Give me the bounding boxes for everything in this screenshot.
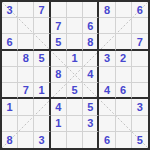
cell-r1c8[interactable] [116, 2, 132, 18]
cell-r6c8-given: 6 [116, 83, 132, 99]
cell-r1c5[interactable] [67, 2, 83, 18]
cell-r5c9[interactable] [132, 67, 148, 83]
cell-r2c4-given: 7 [51, 18, 67, 34]
cell-r5c6-given: 4 [83, 67, 99, 83]
cell-r6c1[interactable] [2, 83, 18, 99]
cell-r2c5[interactable] [67, 18, 83, 34]
cell-r5c8[interactable] [116, 67, 132, 83]
cell-r3c9-given: 7 [132, 34, 148, 50]
cell-r3c1-given: 6 [2, 34, 18, 50]
cell-r8c5[interactable] [67, 116, 83, 132]
cell-r2c7[interactable] [99, 18, 115, 34]
cell-r1c3-given: 7 [34, 2, 50, 18]
cell-r9c1-given: 8 [2, 132, 18, 148]
cell-r1c6[interactable] [83, 2, 99, 18]
cell-r7c1-given: 1 [2, 99, 18, 115]
cell-r7c9-given: 3 [132, 99, 148, 115]
cell-r3c3[interactable] [34, 34, 50, 50]
cell-r6c3-given: 1 [34, 83, 50, 99]
cell-r1c4[interactable] [51, 2, 67, 18]
cell-r4c4[interactable] [51, 51, 67, 67]
cell-r2c3[interactable] [34, 18, 50, 34]
cell-r8c2[interactable] [18, 116, 34, 132]
cell-r6c2-given: 7 [18, 83, 34, 99]
cell-r9c6[interactable] [83, 132, 99, 148]
cell-r5c2[interactable] [18, 67, 34, 83]
cell-r7c6-given: 5 [83, 99, 99, 115]
cell-r6c4[interactable] [51, 83, 67, 99]
cell-r8c1[interactable] [2, 116, 18, 132]
cell-r2c6-given: 6 [83, 18, 99, 34]
cell-r1c7-given: 8 [99, 2, 115, 18]
cell-r9c3-given: 3 [34, 132, 50, 148]
cell-r6c9[interactable] [132, 83, 148, 99]
cell-r8c8[interactable] [116, 116, 132, 132]
cell-r3c6-given: 8 [83, 34, 99, 50]
cell-r2c2[interactable] [18, 18, 34, 34]
cell-r4c6[interactable] [83, 51, 99, 67]
cell-r7c7[interactable] [99, 99, 115, 115]
cell-r9c9-given: 5 [132, 132, 148, 148]
cell-r7c4-given: 4 [51, 99, 67, 115]
cell-r7c8[interactable] [116, 99, 132, 115]
cell-r7c3[interactable] [34, 99, 50, 115]
cell-r7c5[interactable] [67, 99, 83, 115]
cell-r4c5-given: 1 [67, 51, 83, 67]
cell-r2c8[interactable] [116, 18, 132, 34]
cell-r4c1[interactable] [2, 51, 18, 67]
cell-r8c3[interactable] [34, 116, 50, 132]
cell-r8c7[interactable] [99, 116, 115, 132]
cell-r3c7[interactable] [99, 34, 115, 50]
cell-r1c2[interactable] [18, 2, 34, 18]
cell-r5c1[interactable] [2, 67, 18, 83]
cell-r5c5[interactable] [67, 67, 83, 83]
cell-r4c8-given: 2 [116, 51, 132, 67]
sudoku-board: 37867665878513284715461453138365 [0, 0, 150, 150]
cell-r7c2[interactable] [18, 99, 34, 115]
cell-r9c2[interactable] [18, 132, 34, 148]
cell-r6c5-given: 5 [67, 83, 83, 99]
cell-r5c4-given: 8 [51, 67, 67, 83]
cell-r4c9[interactable] [132, 51, 148, 67]
cell-r9c4[interactable] [51, 132, 67, 148]
cell-r9c5[interactable] [67, 132, 83, 148]
cell-r1c9-given: 6 [132, 2, 148, 18]
cell-r4c3-given: 5 [34, 51, 50, 67]
cell-r3c4-given: 5 [51, 34, 67, 50]
cell-r3c8[interactable] [116, 34, 132, 50]
cell-r2c1[interactable] [2, 18, 18, 34]
cell-r8c9[interactable] [132, 116, 148, 132]
cell-r2c9[interactable] [132, 18, 148, 34]
cell-r4c7-given: 3 [99, 51, 115, 67]
cell-r5c7[interactable] [99, 67, 115, 83]
cell-r8c4-given: 1 [51, 116, 67, 132]
cell-r6c7-given: 4 [99, 83, 115, 99]
cell-r9c7-given: 6 [99, 132, 115, 148]
cell-r8c6-given: 3 [83, 116, 99, 132]
cell-r3c2[interactable] [18, 34, 34, 50]
cell-r9c8[interactable] [116, 132, 132, 148]
cell-r4c2-given: 8 [18, 51, 34, 67]
cell-r5c3[interactable] [34, 67, 50, 83]
cell-r6c6[interactable] [83, 83, 99, 99]
cell-r1c1-given: 3 [2, 2, 18, 18]
cell-r3c5[interactable] [67, 34, 83, 50]
